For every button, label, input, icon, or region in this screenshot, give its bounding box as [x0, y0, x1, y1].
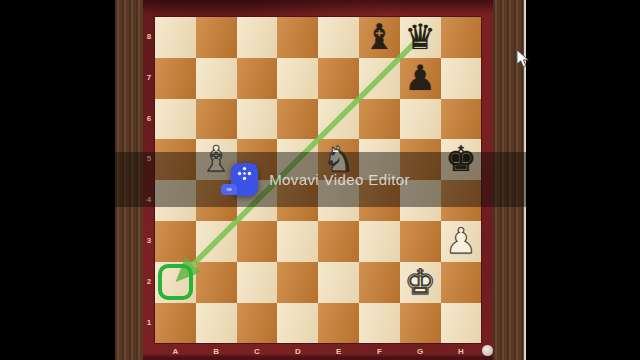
- rank-label-8: 8: [143, 17, 155, 58]
- black-pawn[interactable]: ♟: [400, 58, 441, 99]
- square-d6[interactable]: [277, 99, 318, 140]
- rank-label-7: 7: [143, 58, 155, 99]
- watermark-text: Movavi Video Editor: [269, 171, 410, 188]
- square-d2[interactable]: [277, 262, 318, 303]
- square-f7[interactable]: [359, 58, 400, 99]
- square-e3[interactable]: [318, 221, 359, 262]
- square-c6[interactable]: [237, 99, 278, 140]
- square-e1[interactable]: [318, 303, 359, 344]
- square-d8[interactable]: [277, 17, 318, 58]
- square-b8[interactable]: [196, 17, 237, 58]
- sparkle-icon: [237, 166, 252, 181]
- square-e8[interactable]: [318, 17, 359, 58]
- square-a7[interactable]: [155, 58, 196, 99]
- file-label-E: E: [318, 345, 359, 359]
- file-label-B: B: [196, 345, 237, 359]
- square-g3[interactable]: [400, 221, 441, 262]
- file-label-F: F: [359, 345, 400, 359]
- square-h6[interactable]: [441, 99, 482, 140]
- square-c7[interactable]: [237, 58, 278, 99]
- video-frame: ♝♛♟♝♞♚♟♚ 87654321 ABCDEFGH ve Movavi Vid…: [0, 0, 640, 360]
- mouse-cursor-icon: [516, 49, 530, 69]
- black-bishop[interactable]: ♝: [359, 17, 400, 58]
- file-label-G: G: [400, 345, 441, 359]
- square-d1[interactable]: [277, 303, 318, 344]
- black-queen[interactable]: ♛: [400, 17, 441, 58]
- frame-corner-button: [482, 345, 493, 356]
- highlight-square-a2: [158, 264, 194, 300]
- square-c3[interactable]: [237, 221, 278, 262]
- rank-label-2: 2: [143, 262, 155, 303]
- square-a3[interactable]: [155, 221, 196, 262]
- square-b2[interactable]: [196, 262, 237, 303]
- square-a1[interactable]: [155, 303, 196, 344]
- square-b7[interactable]: [196, 58, 237, 99]
- square-f2[interactable]: [359, 262, 400, 303]
- square-e7[interactable]: [318, 58, 359, 99]
- square-b3[interactable]: [196, 221, 237, 262]
- square-h2[interactable]: [441, 262, 482, 303]
- square-g6[interactable]: [400, 99, 441, 140]
- file-label-D: D: [277, 345, 318, 359]
- movavi-watermark: ve Movavi Video Editor: [115, 152, 526, 207]
- square-d7[interactable]: [277, 58, 318, 99]
- movavi-logo-icon: ve: [231, 163, 258, 196]
- square-h7[interactable]: [441, 58, 482, 99]
- white-pawn[interactable]: ♟: [441, 221, 482, 262]
- rank-label-1: 1: [143, 303, 155, 344]
- square-f6[interactable]: [359, 99, 400, 140]
- file-label-A: A: [155, 345, 196, 359]
- square-f3[interactable]: [359, 221, 400, 262]
- square-g1[interactable]: [400, 303, 441, 344]
- square-e2[interactable]: [318, 262, 359, 303]
- movavi-badge: ve: [221, 184, 237, 195]
- file-label-C: C: [237, 345, 278, 359]
- square-c8[interactable]: [237, 17, 278, 58]
- file-label-H: H: [441, 345, 482, 359]
- square-d3[interactable]: [277, 221, 318, 262]
- rank-label-3: 3: [143, 221, 155, 262]
- square-f1[interactable]: [359, 303, 400, 344]
- rank-label-6: 6: [143, 99, 155, 140]
- square-a6[interactable]: [155, 99, 196, 140]
- square-c2[interactable]: [237, 262, 278, 303]
- square-e6[interactable]: [318, 99, 359, 140]
- square-a8[interactable]: [155, 17, 196, 58]
- square-c1[interactable]: [237, 303, 278, 344]
- square-b6[interactable]: [196, 99, 237, 140]
- white-king[interactable]: ♚: [400, 262, 441, 303]
- square-h1[interactable]: [441, 303, 482, 344]
- square-b1[interactable]: [196, 303, 237, 344]
- square-h8[interactable]: [441, 17, 482, 58]
